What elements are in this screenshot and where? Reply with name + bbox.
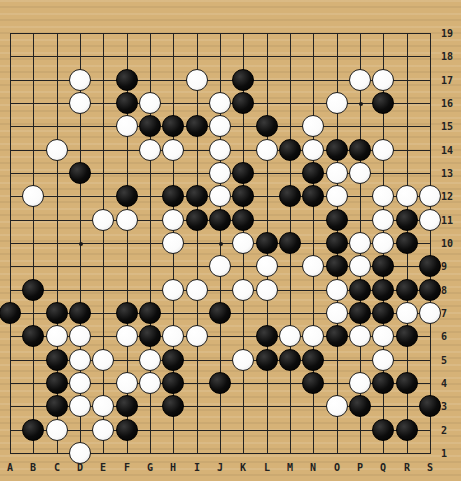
black-stone-H3	[162, 395, 184, 417]
white-stone-O16	[326, 92, 348, 114]
row-label-16: 16	[441, 98, 453, 109]
white-stone-J16	[209, 92, 231, 114]
black-stone-M14	[279, 139, 301, 161]
white-stone-O12	[326, 185, 348, 207]
white-stone-F11	[116, 209, 138, 231]
white-stone-O8	[326, 279, 348, 301]
black-stone-R10	[396, 232, 418, 254]
white-stone-O3	[326, 395, 348, 417]
black-stone-L5	[256, 349, 278, 371]
white-stone-K10	[232, 232, 254, 254]
white-stone-G16	[139, 92, 161, 114]
row-label-17: 17	[441, 75, 453, 86]
white-stone-D6	[69, 325, 91, 347]
row-label-3: 3	[441, 401, 447, 412]
black-stone-P14	[349, 139, 371, 161]
black-stone-H15	[162, 115, 184, 137]
white-stone-C2	[46, 419, 68, 441]
white-stone-S12	[419, 185, 441, 207]
column-label-P: P	[357, 462, 363, 473]
white-stone-B12	[22, 185, 44, 207]
black-stone-K16	[232, 92, 254, 114]
black-stone-K11	[232, 209, 254, 231]
black-stone-N5	[302, 349, 324, 371]
white-stone-P10	[349, 232, 371, 254]
white-stone-G14	[139, 139, 161, 161]
white-stone-J12	[209, 185, 231, 207]
column-label-B: B	[30, 462, 36, 473]
black-stone-A7	[0, 302, 21, 324]
white-stone-H8	[162, 279, 184, 301]
white-stone-P6	[349, 325, 371, 347]
white-stone-C6	[46, 325, 68, 347]
black-stone-H12	[162, 185, 184, 207]
white-stone-S7	[419, 302, 441, 324]
white-stone-E3	[92, 395, 114, 417]
grid-line-horizontal	[10, 430, 431, 431]
column-label-E: E	[100, 462, 106, 473]
star-point	[79, 242, 83, 246]
black-stone-B6	[22, 325, 44, 347]
white-stone-L8	[256, 279, 278, 301]
white-stone-R12	[396, 185, 418, 207]
black-stone-J7	[209, 302, 231, 324]
black-stone-L6	[256, 325, 278, 347]
white-stone-N14	[302, 139, 324, 161]
black-stone-O6	[326, 325, 348, 347]
white-stone-D4	[69, 372, 91, 394]
black-stone-O9	[326, 255, 348, 277]
black-stone-K12	[232, 185, 254, 207]
black-stone-S9	[419, 255, 441, 277]
white-stone-I17	[186, 69, 208, 91]
black-stone-S3	[419, 395, 441, 417]
black-stone-F12	[116, 185, 138, 207]
column-label-G: G	[147, 462, 153, 473]
white-stone-K8	[232, 279, 254, 301]
row-label-1: 1	[441, 448, 447, 459]
black-stone-G7	[139, 302, 161, 324]
white-stone-F4	[116, 372, 138, 394]
black-stone-Q8	[372, 279, 394, 301]
column-label-R: R	[404, 462, 410, 473]
black-stone-Q4	[372, 372, 394, 394]
black-stone-Q16	[372, 92, 394, 114]
column-label-S: S	[427, 462, 433, 473]
black-stone-R4	[396, 372, 418, 394]
black-stone-J11	[209, 209, 231, 231]
black-stone-F17	[116, 69, 138, 91]
white-stone-Q10	[372, 232, 394, 254]
black-stone-S8	[419, 279, 441, 301]
white-stone-O13	[326, 162, 348, 184]
column-label-M: M	[287, 462, 293, 473]
black-stone-K13	[232, 162, 254, 184]
black-stone-L15	[256, 115, 278, 137]
white-stone-H10	[162, 232, 184, 254]
column-label-F: F	[124, 462, 130, 473]
black-stone-N4	[302, 372, 324, 394]
white-stone-P13	[349, 162, 371, 184]
black-stone-P7	[349, 302, 371, 324]
white-stone-C14	[46, 139, 68, 161]
black-stone-K17	[232, 69, 254, 91]
column-label-J: J	[217, 462, 223, 473]
black-stone-B8	[22, 279, 44, 301]
column-label-A: A	[7, 462, 13, 473]
star-point	[359, 102, 363, 106]
black-stone-L10	[256, 232, 278, 254]
black-stone-M5	[279, 349, 301, 371]
white-stone-M6	[279, 325, 301, 347]
row-label-9: 9	[441, 261, 447, 272]
black-stone-Q7	[372, 302, 394, 324]
white-stone-F6	[116, 325, 138, 347]
white-stone-K5	[232, 349, 254, 371]
row-label-14: 14	[441, 145, 453, 156]
black-stone-D13	[69, 162, 91, 184]
black-stone-D7	[69, 302, 91, 324]
black-stone-H5	[162, 349, 184, 371]
white-stone-E5	[92, 349, 114, 371]
white-stone-N15	[302, 115, 324, 137]
white-stone-Q17	[372, 69, 394, 91]
white-stone-E11	[92, 209, 114, 231]
white-stone-D5	[69, 349, 91, 371]
white-stone-I6	[186, 325, 208, 347]
black-stone-N13	[302, 162, 324, 184]
white-stone-G5	[139, 349, 161, 371]
white-stone-I8	[186, 279, 208, 301]
white-stone-J15	[209, 115, 231, 137]
black-stone-R11	[396, 209, 418, 231]
black-stone-N12	[302, 185, 324, 207]
white-stone-J9	[209, 255, 231, 277]
row-label-13: 13	[441, 168, 453, 179]
column-label-C: C	[54, 462, 60, 473]
go-board[interactable]: ABCDEFGHIJKLMNOPQRS 19181716151413121110…	[0, 0, 461, 481]
white-stone-P4	[349, 372, 371, 394]
white-stone-Q12	[372, 185, 394, 207]
white-stone-G4	[139, 372, 161, 394]
column-label-N: N	[310, 462, 316, 473]
black-stone-G6	[139, 325, 161, 347]
black-stone-O14	[326, 139, 348, 161]
white-stone-L14	[256, 139, 278, 161]
row-label-11: 11	[441, 215, 453, 226]
black-stone-R6	[396, 325, 418, 347]
black-stone-H4	[162, 372, 184, 394]
white-stone-S11	[419, 209, 441, 231]
black-stone-M12	[279, 185, 301, 207]
white-stone-O7	[326, 302, 348, 324]
star-point	[219, 242, 223, 246]
row-label-8: 8	[441, 285, 447, 296]
white-stone-H6	[162, 325, 184, 347]
white-stone-Q11	[372, 209, 394, 231]
column-label-O: O	[334, 462, 340, 473]
row-label-5: 5	[441, 355, 447, 366]
grid-line-vertical	[430, 33, 431, 454]
row-label-19: 19	[441, 28, 453, 39]
black-stone-I11	[186, 209, 208, 231]
black-stone-C4	[46, 372, 68, 394]
row-label-10: 10	[441, 238, 453, 249]
column-label-K: K	[240, 462, 246, 473]
black-stone-M10	[279, 232, 301, 254]
white-stone-J14	[209, 139, 231, 161]
column-label-Q: Q	[380, 462, 386, 473]
white-stone-D3	[69, 395, 91, 417]
black-stone-Q9	[372, 255, 394, 277]
row-label-6: 6	[441, 331, 447, 342]
black-stone-R8	[396, 279, 418, 301]
column-label-I: I	[194, 462, 200, 473]
white-stone-E2	[92, 419, 114, 441]
black-stone-R2	[396, 419, 418, 441]
black-stone-F7	[116, 302, 138, 324]
white-stone-Q14	[372, 139, 394, 161]
black-stone-I15	[186, 115, 208, 137]
black-stone-F16	[116, 92, 138, 114]
white-stone-F15	[116, 115, 138, 137]
row-label-12: 12	[441, 191, 453, 202]
white-stone-N9	[302, 255, 324, 277]
white-stone-Q6	[372, 325, 394, 347]
white-stone-Q5	[372, 349, 394, 371]
black-stone-C7	[46, 302, 68, 324]
white-stone-N6	[302, 325, 324, 347]
column-label-L: L	[264, 462, 270, 473]
black-stone-Q2	[372, 419, 394, 441]
white-stone-L9	[256, 255, 278, 277]
black-stone-P8	[349, 279, 371, 301]
black-stone-F2	[116, 419, 138, 441]
black-stone-F3	[116, 395, 138, 417]
black-stone-P3	[349, 395, 371, 417]
row-label-18: 18	[441, 51, 453, 62]
white-stone-R7	[396, 302, 418, 324]
white-stone-H14	[162, 139, 184, 161]
white-stone-H11	[162, 209, 184, 231]
white-stone-P9	[349, 255, 371, 277]
column-label-H: H	[170, 462, 176, 473]
black-stone-O10	[326, 232, 348, 254]
black-stone-I12	[186, 185, 208, 207]
row-label-15: 15	[441, 121, 453, 132]
row-label-4: 4	[441, 378, 447, 389]
column-label-D: D	[77, 462, 83, 473]
black-stone-G15	[139, 115, 161, 137]
black-stone-J4	[209, 372, 231, 394]
black-stone-C5	[46, 349, 68, 371]
black-stone-O11	[326, 209, 348, 231]
white-stone-D1	[69, 442, 91, 464]
white-stone-J13	[209, 162, 231, 184]
white-stone-D16	[69, 92, 91, 114]
white-stone-P17	[349, 69, 371, 91]
row-label-2: 2	[441, 425, 447, 436]
black-stone-C3	[46, 395, 68, 417]
row-label-7: 7	[441, 308, 447, 319]
white-stone-D17	[69, 69, 91, 91]
black-stone-B2	[22, 419, 44, 441]
